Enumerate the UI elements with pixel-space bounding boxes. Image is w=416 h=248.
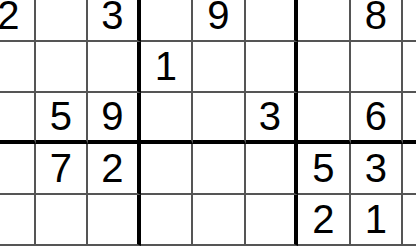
cell-r4c2[interactable]: 7 — [36, 144, 89, 195]
cell-r3c1[interactable] — [0, 93, 36, 144]
cell-r2c8[interactable] — [351, 42, 404, 93]
cell-r2c3[interactable] — [88, 42, 141, 93]
cell-r3c3[interactable]: 9 — [88, 93, 141, 144]
cell-r4c6[interactable] — [246, 144, 299, 195]
cell-r4c9[interactable] — [403, 144, 416, 195]
cell-r5c2[interactable] — [36, 195, 89, 246]
cell-r1c7[interactable] — [298, 0, 351, 42]
cell-r3c7[interactable] — [298, 93, 351, 144]
cell-r2c7[interactable] — [298, 42, 351, 93]
cell-r2c9[interactable] — [403, 42, 416, 93]
cell-r3c5[interactable] — [193, 93, 246, 144]
cell-r4c8[interactable]: 3 — [351, 144, 404, 195]
cell-r4c7[interactable]: 5 — [298, 144, 351, 195]
cell-r4c5[interactable] — [193, 144, 246, 195]
cell-r4c3[interactable]: 2 — [88, 144, 141, 195]
cell-r5c5[interactable] — [193, 195, 246, 246]
cell-r1c4[interactable] — [141, 0, 194, 42]
cell-r3c8[interactable]: 6 — [351, 93, 404, 144]
sudoku-board: 239815936725321 — [0, 0, 416, 246]
cell-r1c5[interactable]: 9 — [193, 0, 246, 42]
cell-r3c6[interactable]: 3 — [246, 93, 299, 144]
cell-r1c3[interactable]: 3 — [88, 0, 141, 42]
cell-r1c1[interactable]: 2 — [0, 0, 36, 42]
sudoku-board-viewport: 239815936725321 — [0, 0, 416, 248]
cell-r5c6[interactable] — [246, 195, 299, 246]
cell-r2c4[interactable]: 1 — [141, 42, 194, 93]
cell-r3c2[interactable]: 5 — [36, 93, 89, 144]
cell-r5c8[interactable]: 1 — [351, 195, 404, 246]
cell-r1c2[interactable] — [36, 0, 89, 42]
cell-r5c9[interactable] — [403, 195, 416, 246]
cell-r1c9[interactable] — [403, 0, 416, 42]
cell-r5c3[interactable] — [88, 195, 141, 246]
cell-r5c4[interactable] — [141, 195, 194, 246]
cell-r5c7[interactable]: 2 — [298, 195, 351, 246]
cell-r2c6[interactable] — [246, 42, 299, 93]
cell-r5c1[interactable] — [0, 195, 36, 246]
cell-r1c8[interactable]: 8 — [351, 0, 404, 42]
cell-r2c5[interactable] — [193, 42, 246, 93]
cell-r3c9[interactable] — [403, 93, 416, 144]
cell-r4c4[interactable] — [141, 144, 194, 195]
cell-r4c1[interactable] — [0, 144, 36, 195]
cell-r2c1[interactable] — [0, 42, 36, 93]
cell-r1c6[interactable] — [246, 0, 299, 42]
cell-r2c2[interactable] — [36, 42, 89, 93]
cell-r3c4[interactable] — [141, 93, 194, 144]
